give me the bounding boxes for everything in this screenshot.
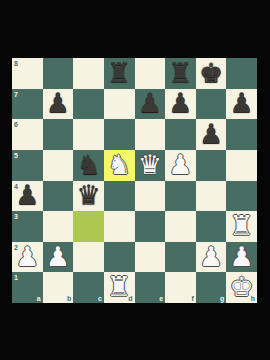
rank-label-6: 6 (14, 121, 18, 128)
piece-white-queen-e5[interactable]: ♛ (138, 151, 162, 178)
square-d3[interactable] (104, 211, 135, 242)
square-g7[interactable] (196, 89, 227, 120)
square-d6[interactable] (104, 119, 135, 150)
file-label-f: f (191, 295, 193, 302)
piece-white-knight-d5[interactable]: ♞ (107, 151, 131, 178)
file-label-b: b (67, 295, 71, 302)
square-b5[interactable] (43, 150, 74, 181)
piece-white-king-h1[interactable]: ♚ (230, 273, 254, 300)
square-f2[interactable] (165, 242, 196, 273)
square-c5[interactable]: ♞ (73, 150, 104, 181)
piece-black-pawn-h7[interactable]: ♟ (230, 89, 254, 116)
file-label-a: a (37, 295, 41, 302)
piece-white-pawn-b2[interactable]: ♟ (46, 243, 70, 270)
square-h8[interactable] (226, 58, 257, 89)
piece-white-rook-h3[interactable]: ♜ (230, 212, 254, 239)
square-e2[interactable] (135, 242, 166, 273)
square-g6[interactable]: ♟ (196, 119, 227, 150)
square-e5[interactable]: ♛ (135, 150, 166, 181)
square-c6[interactable] (73, 119, 104, 150)
piece-black-knight-c5[interactable]: ♞ (76, 151, 100, 178)
square-g5[interactable] (196, 150, 227, 181)
square-c4[interactable]: ♛ (73, 181, 104, 212)
square-e8[interactable] (135, 58, 166, 89)
file-label-e: e (159, 295, 163, 302)
rank-label-5: 5 (14, 152, 18, 159)
square-a1[interactable]: 1a (12, 272, 43, 303)
square-b6[interactable] (43, 119, 74, 150)
rank-label-7: 7 (14, 91, 18, 98)
square-f6[interactable] (165, 119, 196, 150)
square-a3[interactable]: 3 (12, 211, 43, 242)
square-e3[interactable] (135, 211, 166, 242)
square-e1[interactable]: e (135, 272, 166, 303)
square-f3[interactable] (165, 211, 196, 242)
rank-label-3: 3 (14, 213, 18, 220)
square-a5[interactable]: 5 (12, 150, 43, 181)
square-e4[interactable] (135, 181, 166, 212)
piece-black-king-g8[interactable]: ♚ (199, 59, 223, 86)
square-g4[interactable] (196, 181, 227, 212)
square-f7[interactable]: ♟ (165, 89, 196, 120)
square-e6[interactable] (135, 119, 166, 150)
square-c8[interactable] (73, 58, 104, 89)
rank-label-8: 8 (14, 60, 18, 67)
square-a4[interactable]: 4♟ (12, 181, 43, 212)
square-a8[interactable]: 8 (12, 58, 43, 89)
square-f1[interactable]: f (165, 272, 196, 303)
square-h2[interactable]: ♟ (226, 242, 257, 273)
piece-black-queen-c4[interactable]: ♛ (76, 181, 100, 208)
square-h5[interactable] (226, 150, 257, 181)
square-b7[interactable]: ♟ (43, 89, 74, 120)
square-d4[interactable] (104, 181, 135, 212)
square-b3[interactable] (43, 211, 74, 242)
square-h7[interactable]: ♟ (226, 89, 257, 120)
file-label-g: g (220, 295, 224, 302)
square-g2[interactable]: ♟ (196, 242, 227, 273)
square-a2[interactable]: 2♟ (12, 242, 43, 273)
square-b8[interactable] (43, 58, 74, 89)
piece-white-pawn-h2[interactable]: ♟ (230, 243, 254, 270)
square-g8[interactable]: ♚ (196, 58, 227, 89)
square-g3[interactable] (196, 211, 227, 242)
square-d7[interactable] (104, 89, 135, 120)
square-d2[interactable] (104, 242, 135, 273)
piece-black-pawn-g6[interactable]: ♟ (199, 120, 223, 147)
square-b2[interactable]: ♟ (43, 242, 74, 273)
piece-black-pawn-a4[interactable]: ♟ (15, 181, 39, 208)
square-d5[interactable]: ♞ (104, 150, 135, 181)
piece-black-pawn-e7[interactable]: ♟ (138, 89, 162, 116)
square-h1[interactable]: h♚ (226, 272, 257, 303)
piece-black-pawn-b7[interactable]: ♟ (46, 89, 70, 116)
square-d1[interactable]: d♜ (104, 272, 135, 303)
piece-black-pawn-f7[interactable]: ♟ (168, 89, 192, 116)
piece-white-pawn-a2[interactable]: ♟ (15, 243, 39, 270)
piece-white-rook-d1[interactable]: ♜ (107, 273, 131, 300)
square-c1[interactable]: c (73, 272, 104, 303)
square-e7[interactable]: ♟ (135, 89, 166, 120)
app-background: 8♜♜♚7♟♟♟♟6♟5♞♞♛♟4♟♛3♜2♟♟♟♟1abcd♜efgh♚ (0, 0, 270, 360)
piece-black-rook-d8[interactable]: ♜ (107, 59, 131, 86)
square-f4[interactable] (165, 181, 196, 212)
square-c2[interactable] (73, 242, 104, 273)
piece-white-pawn-f5[interactable]: ♟ (168, 151, 192, 178)
square-g1[interactable]: g (196, 272, 227, 303)
square-f5[interactable]: ♟ (165, 150, 196, 181)
rank-label-1: 1 (14, 274, 18, 281)
file-label-c: c (98, 295, 102, 302)
square-a7[interactable]: 7 (12, 89, 43, 120)
chess-board: 8♜♜♚7♟♟♟♟6♟5♞♞♛♟4♟♛3♜2♟♟♟♟1abcd♜efgh♚ (12, 58, 257, 303)
piece-white-pawn-g2[interactable]: ♟ (199, 243, 223, 270)
square-c3[interactable] (73, 211, 104, 242)
piece-black-rook-f8[interactable]: ♜ (168, 59, 192, 86)
square-f8[interactable]: ♜ (165, 58, 196, 89)
square-d8[interactable]: ♜ (104, 58, 135, 89)
square-b4[interactable] (43, 181, 74, 212)
square-b1[interactable]: b (43, 272, 74, 303)
square-a6[interactable]: 6 (12, 119, 43, 150)
square-h4[interactable] (226, 181, 257, 212)
square-c7[interactable] (73, 89, 104, 120)
square-h6[interactable] (226, 119, 257, 150)
square-h3[interactable]: ♜ (226, 211, 257, 242)
